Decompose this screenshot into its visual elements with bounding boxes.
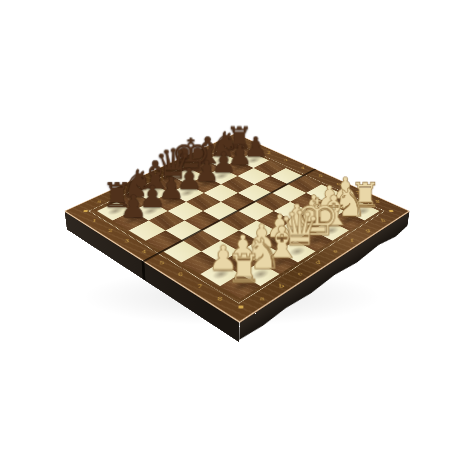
hinge-gap (141, 260, 145, 281)
rook-glyph: ♜ (208, 249, 277, 288)
coordinate-label: 4 (300, 166, 305, 170)
coordinate-label: 3 (283, 158, 287, 161)
scene: 11aa22bb33cc44dd55ee66ff77gg88hh ♜♞♝♛♚♝♞… (0, 0, 450, 450)
gold-diamond-ornament (235, 140, 239, 142)
pawn-glyph: ♟ (102, 191, 163, 222)
coordinate-label: d (152, 174, 157, 178)
folding-chess-box: 11aa22bb33cc44dd55ee66ff77gg88hh ♜♞♝♛♚♝♞… (64, 133, 409, 322)
coordinate-label: f (188, 158, 191, 161)
chess-set-photo: 11aa22bb33cc44dd55ee66ff77gg88hh ♜♞♝♛♚♝♞… (0, 0, 450, 450)
pieces-layer: ♜♞♝♛♚♝♞♜♟♟♟♟♟♟♟♟♟♟♟♟♟♟♟♟♜♞♝♛♚♝♞♜ (66, 134, 408, 321)
coordinate-label: h (219, 144, 223, 147)
coordinate-label: e (170, 166, 174, 170)
coordinate-label: 1 (250, 144, 254, 147)
coordinate-label: 2 (266, 151, 270, 154)
coordinate-label: g (203, 151, 207, 154)
coordinate-label: 5 (318, 174, 323, 178)
chess-board: 11aa22bb33cc44dd55ee66ff77gg88hh ♜♞♝♛♚♝♞… (64, 133, 409, 322)
